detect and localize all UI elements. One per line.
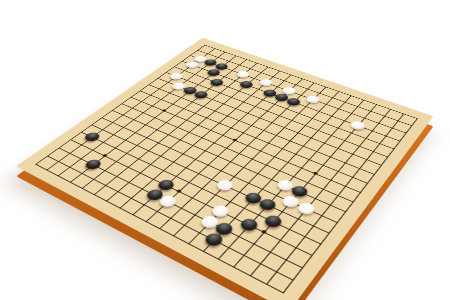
- white-stone[interactable]: [234, 70, 251, 79]
- black-stone[interactable]: [262, 214, 284, 230]
- hoshi-point: [101, 154, 107, 158]
- go-board: [16, 38, 433, 300]
- white-stone[interactable]: [304, 95, 322, 105]
- black-stone[interactable]: [83, 158, 104, 171]
- black-stone[interactable]: [208, 78, 225, 87]
- black-stone[interactable]: [82, 131, 102, 143]
- white-stone[interactable]: [168, 72, 185, 81]
- hoshi-point: [176, 189, 182, 193]
- hoshi-point: [261, 230, 268, 235]
- hoshi-point: [161, 109, 166, 112]
- photo-stage: [0, 0, 450, 300]
- go-board-grid[interactable]: [35, 45, 418, 294]
- hoshi-point: [313, 172, 319, 176]
- black-stone[interactable]: [238, 217, 261, 233]
- board-wood-surface: [16, 38, 433, 300]
- white-stone[interactable]: [349, 120, 367, 131]
- white-stone[interactable]: [215, 178, 236, 192]
- black-stone[interactable]: [238, 80, 255, 89]
- white-stone[interactable]: [257, 78, 274, 87]
- hoshi-point: [232, 138, 238, 141]
